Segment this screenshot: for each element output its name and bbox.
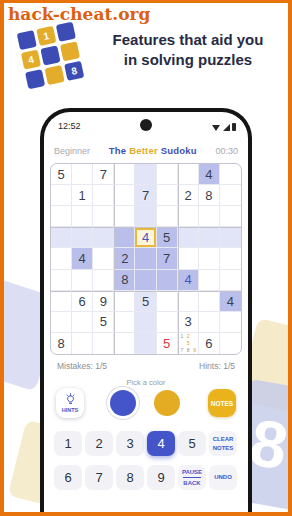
cell-r1c8[interactable]: 4 [199,164,220,185]
logo-square-5 [40,45,60,65]
cell-r2c9[interactable] [220,185,241,206]
pause-back-button[interactable]: PAUSE BACK [178,465,206,490]
stats-row: Mistakes: 1/5 Hints: 1/5 [57,361,235,371]
logo-square-7 [25,69,45,89]
cell-r4c1[interactable] [51,227,72,248]
pause-label: PAUSE [182,468,202,476]
cell-r2c8[interactable]: 8 [199,185,220,206]
cell-r8c8[interactable] [199,312,220,333]
cell-r9c4[interactable] [114,333,135,354]
numpad-button-7[interactable]: 7 [85,465,113,490]
cell-r1c7[interactable] [178,164,199,185]
cell-r5c4[interactable]: 2 [114,248,135,269]
difficulty-label: Beginner [54,146,90,156]
back-label: BACK [183,479,200,487]
cell-r9c3[interactable] [93,333,114,354]
cell-r9c7[interactable]: 125789 [178,333,199,354]
cell-r3c6[interactable] [157,206,178,227]
cell-r6c8[interactable] [199,270,220,291]
timer-label: 00:30 [215,146,238,156]
numpad-row-1: 1 2 3 4 5 CLEAR NOTES [54,431,238,456]
cell-r1c2[interactable] [72,164,93,185]
cell-r4c5[interactable]: 4 [135,227,156,248]
logo-square-1 [17,30,37,50]
notes-button-label: NOTES [211,400,233,407]
cell-r6c7[interactable]: 4 [178,270,199,291]
cell-r5c6[interactable]: 7 [157,248,178,269]
logo-square-6 [60,41,80,61]
cell-r5c1[interactable] [51,248,72,269]
cell-r3c7[interactable] [178,206,199,227]
cell-r4c8[interactable] [199,227,220,248]
logo-square-2: 1 [36,26,56,46]
lightbulb-icon [64,393,77,406]
logo-square-3 [56,22,76,42]
pause-back-divider [183,477,201,478]
cell-r1c5[interactable] [135,164,156,185]
cell-r8c4[interactable] [114,312,135,333]
cell-r5c3[interactable] [93,248,114,269]
status-bar-icons [212,122,236,131]
cell-r3c9[interactable] [220,206,241,227]
cell-r9c5[interactable] [135,333,156,354]
cell-r4c3[interactable] [93,227,114,248]
hero-title: Features that aid you in solving puzzles [90,30,286,71]
cell-r8c3[interactable]: 5 [93,312,114,333]
hints-counter: Hints: 1/5 [199,361,235,371]
cell-r7c6[interactable] [157,291,178,312]
cell-r7c5[interactable]: 5 [135,291,156,312]
cell-r7c3[interactable]: 9 [93,291,114,312]
cell-r5c5[interactable] [135,248,156,269]
phone-mockup: 12:52 Beginner The Better Sudoku 00:30 5… [40,108,252,516]
cell-r3c2[interactable] [72,206,93,227]
cell-r9c8[interactable]: 6 [199,333,220,354]
numpad-button-5[interactable]: 5 [178,431,206,456]
undo-label: UNDO [214,473,232,481]
status-bar-time: 12:52 [58,121,81,131]
numpad-row-2: 6 7 8 9 PAUSE BACK UNDO [54,465,238,490]
pencil-notes: 125789 [179,333,198,354]
cell-r7c2[interactable]: 6 [72,291,93,312]
logo-square-8 [45,65,65,85]
cell-r1c1[interactable]: 5 [51,164,72,185]
cell-r9c1[interactable]: 8 [51,333,72,354]
cell-r9c9[interactable] [220,333,241,354]
number-pad: 1 2 3 4 5 CLEAR NOTES 6 7 8 9 PAUSE BACK… [54,431,238,499]
cell-r6c3[interactable] [93,270,114,291]
cell-r7c8[interactable] [199,291,220,312]
cell-r3c8[interactable] [199,206,220,227]
cell-r1c6[interactable] [157,164,178,185]
numpad-button-6[interactable]: 6 [54,465,82,490]
numpad-button-8[interactable]: 8 [116,465,144,490]
cell-r7c7[interactable] [178,291,199,312]
watermark-site-label: hack-cheat.org [8,4,150,24]
logo-square-4: 4 [21,50,41,70]
notes-toggle-button[interactable]: NOTES [208,389,236,417]
app-header: Beginner The Better Sudoku 00:30 [54,145,238,156]
cell-r8c2[interactable] [72,312,93,333]
clear-notes-button[interactable]: CLEAR NOTES [209,431,237,456]
cell-r5c7[interactable] [178,248,199,269]
numpad-button-2[interactable]: 2 [85,431,113,456]
cell-r9c6[interactable]: 5 [157,333,178,354]
numpad-button-4[interactable]: 4 [147,431,175,456]
cell-r2c4[interactable] [114,185,135,206]
color-swatch-blue[interactable] [110,390,136,416]
hero-title-line2: in solving puzzles [90,50,286,70]
cell-r5c8[interactable] [199,248,220,269]
cell-r7c1[interactable] [51,291,72,312]
cell-r4c6[interactable]: 5 [157,227,178,248]
cell-r1c4[interactable] [114,164,135,185]
hero-title-line1: Features that aid you [90,30,286,50]
cell-r6c9[interactable] [220,270,241,291]
cell-r8c5[interactable] [135,312,156,333]
app-title-better: Better [129,145,158,156]
pick-color-label: Pick a color [44,378,248,387]
cell-r5c2[interactable]: 4 [72,248,93,269]
cell-r6c2[interactable] [72,270,93,291]
cell-r5c9[interactable] [220,248,241,269]
cell-r4c9[interactable] [220,227,241,248]
cell-r8c9[interactable] [220,312,241,333]
app-title: The Better Sudoku [109,145,197,156]
cell-r6c1[interactable] [51,270,72,291]
camera-punch-hole [140,119,152,131]
hints-button[interactable]: HINTS [56,388,84,418]
cell-r2c6[interactable] [157,185,178,206]
cell-r4c4[interactable] [114,227,135,248]
wifi-icon [212,125,220,131]
cell-r8c6[interactable] [157,312,178,333]
battery-icon [232,123,236,131]
app-logo: 148 [17,22,85,90]
color-swatch-yellow[interactable] [154,390,180,416]
cell-r2c7[interactable]: 2 [178,185,199,206]
cell-r1c9[interactable] [220,164,241,185]
cell-r2c2[interactable]: 1 [72,185,93,206]
cell-r8c1[interactable] [51,312,72,333]
cell-r1c3[interactable]: 7 [93,164,114,185]
cell-r9c2[interactable] [72,333,93,354]
cell-r3c1[interactable] [51,206,72,227]
cell-r7c9[interactable]: 4 [220,291,241,312]
cell-r6c4[interactable]: 8 [114,270,135,291]
cell-r2c1[interactable] [51,185,72,206]
clear-notes-line2: NOTES [213,444,234,452]
numpad-button-3[interactable]: 3 [116,431,144,456]
cell-r6c6[interactable] [157,270,178,291]
sudoku-grid: 57417284542784695453851257896 [50,163,242,355]
logo-square-9: 8 [64,61,84,81]
hints-button-label: HINTS [62,407,79,413]
cell-r3c4[interactable] [114,206,135,227]
cell-r3c3[interactable] [93,206,114,227]
cell-r6c5[interactable] [135,270,156,291]
app-title-the: The [109,145,127,156]
signal-icon [223,124,230,131]
cell-r8c7[interactable]: 3 [178,312,199,333]
undo-button[interactable]: UNDO [209,465,237,490]
cell-r2c5[interactable]: 7 [135,185,156,206]
cell-r7c4[interactable] [114,291,135,312]
app-title-sudoku: Sudoku [161,145,197,156]
clear-notes-line1: CLEAR [213,435,234,443]
numpad-button-9[interactable]: 9 [147,465,175,490]
numpad-button-1[interactable]: 1 [54,431,82,456]
cell-r4c2[interactable] [72,227,93,248]
cell-r4c7[interactable] [178,227,199,248]
mistakes-counter: Mistakes: 1/5 [57,361,107,371]
cell-r2c3[interactable] [93,185,114,206]
cell-r3c5[interactable] [135,206,156,227]
